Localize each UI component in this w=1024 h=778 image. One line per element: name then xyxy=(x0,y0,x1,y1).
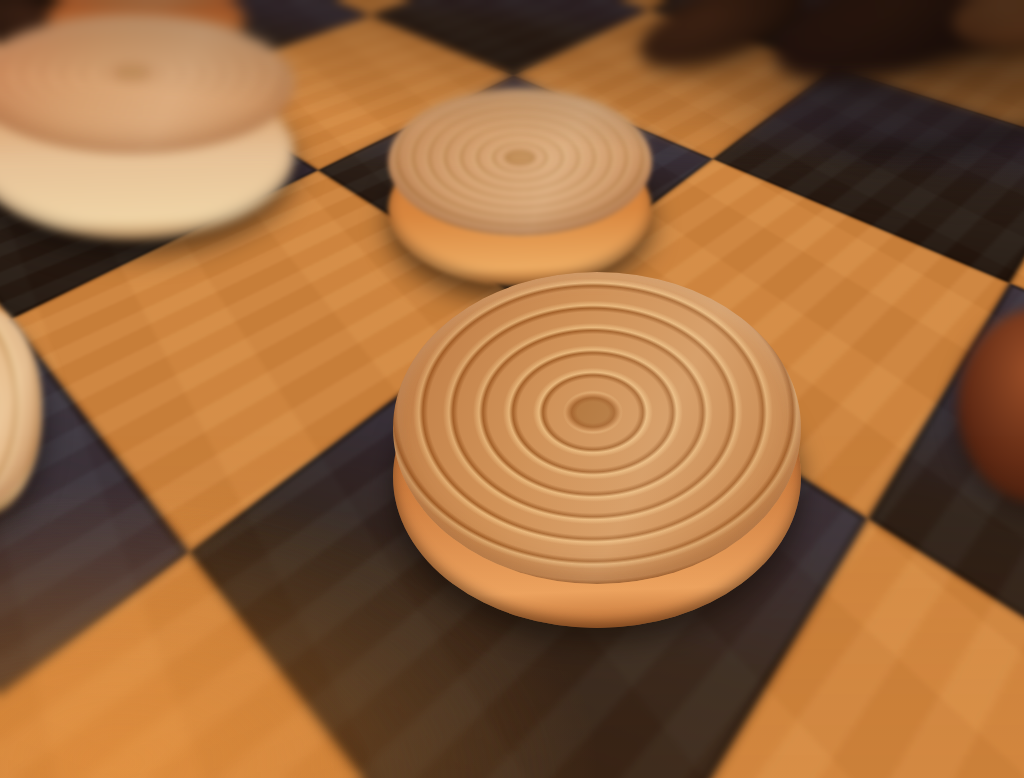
piece-face-concentric-rings xyxy=(393,272,801,584)
piece-face-concentric-rings xyxy=(388,88,652,236)
checker-dark-e3[interactable] xyxy=(958,308,1024,504)
piece-body xyxy=(958,308,1024,504)
checker-light-d4[interactable] xyxy=(393,272,801,628)
photo-frame xyxy=(0,0,1024,778)
checker-light-b4[interactable] xyxy=(0,14,295,240)
piece-face-concentric-rings xyxy=(0,306,42,504)
checker-light-c3[interactable] xyxy=(388,88,652,286)
checker-light-c5[interactable] xyxy=(0,306,42,516)
